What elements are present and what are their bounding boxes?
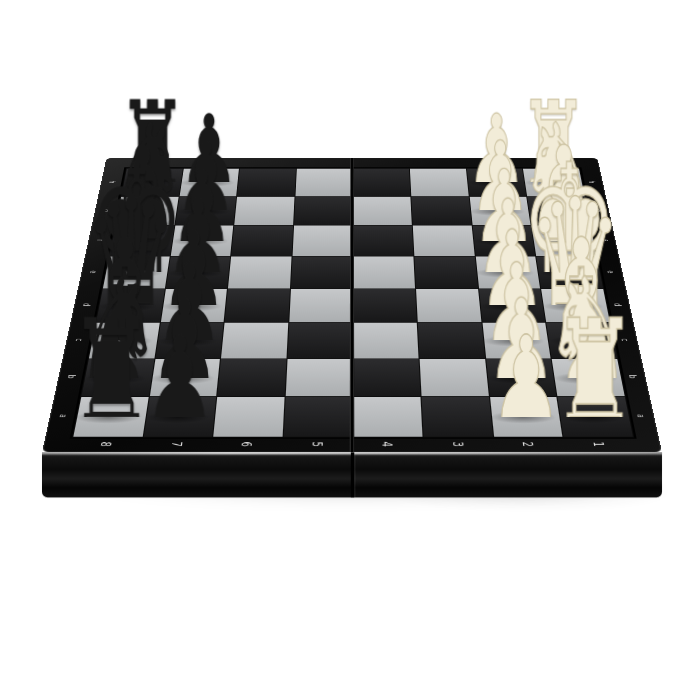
square-a5[interactable] <box>284 397 353 437</box>
square-e5[interactable] <box>291 256 353 288</box>
rank-label-3: 3 <box>450 439 464 450</box>
white-rook-glyph: ♜ <box>551 300 638 448</box>
square-h4[interactable] <box>353 169 410 196</box>
chess-board-frame: ♜♟♟♜♞♟♟♞♝♟♟♝♚♟♟♚♛♟♟♛♝♟♟♝♞♟♟♞♜♟♟♜ 8765432… <box>42 158 662 452</box>
rank-label-5: 5 <box>310 439 324 450</box>
square-h5[interactable] <box>295 169 352 196</box>
square-a7[interactable]: ♟ <box>143 397 216 437</box>
square-g4[interactable] <box>353 196 412 225</box>
rank-label-2: 2 <box>520 439 535 450</box>
square-d5[interactable] <box>289 289 352 323</box>
black-pawn-a7[interactable]: ♟ <box>125 293 236 417</box>
square-f5[interactable] <box>292 226 352 256</box>
square-g5[interactable] <box>294 196 353 225</box>
square-f4[interactable] <box>353 226 413 256</box>
hinge-seam <box>350 158 355 452</box>
white-rook-a1[interactable]: ♜ <box>529 269 662 417</box>
square-e4[interactable] <box>353 256 415 288</box>
box-front-face <box>42 452 662 497</box>
square-b4[interactable] <box>354 359 421 397</box>
square-c4[interactable] <box>354 323 419 358</box>
rank-label-1: 1 <box>590 439 605 450</box>
square-b5[interactable] <box>286 359 353 397</box>
rank-label-7: 7 <box>169 439 184 450</box>
square-a4[interactable] <box>354 397 423 437</box>
rank-label-8: 8 <box>98 439 113 450</box>
square-c5[interactable] <box>287 323 352 358</box>
black-pawn-glyph: ♟ <box>144 319 217 443</box>
scene: ♜♟♟♜♞♟♟♞♝♟♟♝♚♟♟♚♛♟♟♛♝♟♟♝♞♟♟♞♜♟♟♜ 8765432… <box>0 0 700 700</box>
square-d4[interactable] <box>354 289 417 323</box>
square-a1[interactable]: ♜ <box>558 397 633 437</box>
rank-label-6: 6 <box>239 439 253 450</box>
rank-label-4: 4 <box>380 439 394 450</box>
product-photo-page: { "game": "chess", "scene": "folding mag… <box>0 0 700 700</box>
